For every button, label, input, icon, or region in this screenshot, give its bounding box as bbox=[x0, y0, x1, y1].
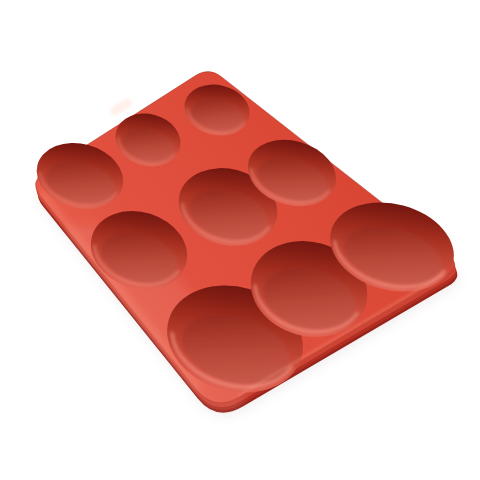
photo-stage bbox=[0, 0, 480, 480]
mold-product-photo bbox=[0, 0, 480, 480]
